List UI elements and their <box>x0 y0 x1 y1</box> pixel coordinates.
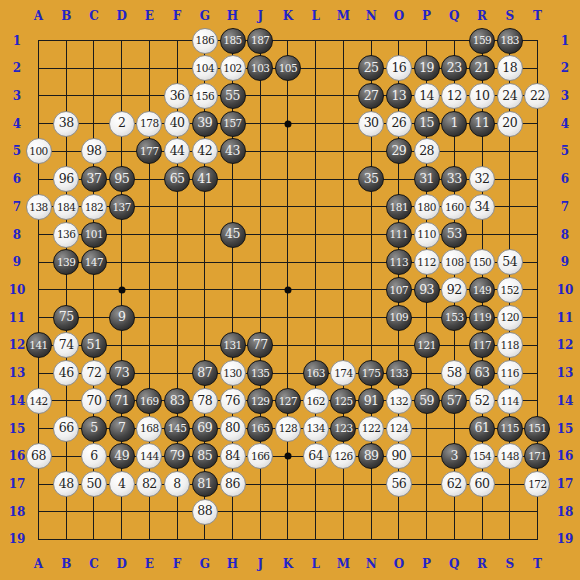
stone-black-r12: 117 <box>469 332 495 358</box>
stone-black-n13: 175 <box>358 360 384 386</box>
stone-white-q17: 62 <box>441 471 467 497</box>
stone-black-r10: 149 <box>469 277 495 303</box>
column-label-bottom: J <box>257 558 263 570</box>
stone-white-o4: 26 <box>386 111 412 137</box>
row-label-left: 18 <box>9 506 26 518</box>
stone-black-n3: 27 <box>358 83 384 109</box>
stone-black-d15: 7 <box>109 416 135 442</box>
stone-white-b7: 184 <box>53 194 79 220</box>
stone-black-d11: 9 <box>109 305 135 331</box>
stone-black-q4: 1 <box>441 111 467 137</box>
stone-black-c9: 147 <box>81 249 107 275</box>
stone-black-r2: 21 <box>469 55 495 81</box>
stone-black-o11: 109 <box>386 305 412 331</box>
stone-black-m15: 123 <box>330 416 356 442</box>
row-label-left: 4 <box>13 118 21 130</box>
stone-black-n16: 89 <box>358 443 384 469</box>
stone-white-d4: 2 <box>109 111 135 137</box>
stone-white-b6: 96 <box>53 166 79 192</box>
stone-white-l14: 162 <box>303 388 329 414</box>
go-board[interactable]: AABBCCDDEEFFGGHHJJKKLLMMNNOOPPQQRRSSTT11… <box>0 0 580 580</box>
stone-black-r11: 119 <box>469 305 495 331</box>
stone-white-c17: 50 <box>81 471 107 497</box>
column-label-bottom: S <box>505 558 514 570</box>
stone-white-t17: 172 <box>524 471 550 497</box>
row-label-right: 19 <box>557 533 574 545</box>
column-label-bottom: B <box>61 558 71 570</box>
stone-white-s2: 18 <box>497 55 523 81</box>
column-label-top: R <box>477 10 487 22</box>
stone-white-a7: 138 <box>26 194 52 220</box>
stone-black-g16: 85 <box>192 443 218 469</box>
stone-black-m14: 125 <box>330 388 356 414</box>
stone-white-e17: 82 <box>136 471 162 497</box>
stone-white-r16: 154 <box>469 443 495 469</box>
stone-white-r6: 32 <box>469 166 495 192</box>
stone-white-b8: 136 <box>53 222 79 248</box>
column-label-bottom: A <box>34 558 43 570</box>
stone-white-r7: 34 <box>469 194 495 220</box>
stone-white-s10: 152 <box>497 277 523 303</box>
stone-black-p12: 121 <box>414 332 440 358</box>
stone-black-n14: 91 <box>358 388 384 414</box>
stone-black-o9: 113 <box>386 249 412 275</box>
column-label-bottom: F <box>173 558 182 570</box>
column-label-bottom: E <box>145 558 154 570</box>
stone-white-q7: 160 <box>441 194 467 220</box>
stone-black-o3: 13 <box>386 83 412 109</box>
row-label-left: 1 <box>13 35 21 47</box>
stone-white-s12: 118 <box>497 332 523 358</box>
star-point-k4 <box>284 120 291 127</box>
stone-black-k14: 127 <box>275 388 301 414</box>
column-label-top: E <box>145 10 154 22</box>
row-label-right: 6 <box>561 173 569 185</box>
stone-white-b17: 48 <box>53 471 79 497</box>
stone-white-n4: 30 <box>358 111 384 137</box>
stone-black-j12: 77 <box>247 332 273 358</box>
stone-white-s4: 20 <box>497 111 523 137</box>
stone-black-h3: 55 <box>220 83 246 109</box>
stone-white-q9: 108 <box>441 249 467 275</box>
stone-white-k15: 128 <box>275 416 301 442</box>
stone-white-q10: 92 <box>441 277 467 303</box>
row-label-left: 10 <box>9 284 26 296</box>
column-label-bottom: G <box>200 558 210 570</box>
stone-black-r4: 11 <box>469 111 495 137</box>
row-label-right: 12 <box>557 339 574 351</box>
stone-black-b11: 75 <box>53 305 79 331</box>
stone-white-c13: 72 <box>81 360 107 386</box>
column-label-bottom: K <box>283 558 293 570</box>
stone-white-f17: 8 <box>164 471 190 497</box>
grid-line-horizontal <box>38 345 538 346</box>
row-label-left: 17 <box>9 478 26 490</box>
stone-black-p6: 31 <box>414 166 440 192</box>
stone-black-d6: 95 <box>109 166 135 192</box>
stone-white-r14: 52 <box>469 388 495 414</box>
stone-black-p2: 19 <box>414 55 440 81</box>
stone-white-g3: 156 <box>192 83 218 109</box>
stone-white-g5: 42 <box>192 138 218 164</box>
stone-black-o7: 181 <box>386 194 412 220</box>
stone-black-j1: 187 <box>247 28 273 54</box>
stone-black-g13: 87 <box>192 360 218 386</box>
stone-black-e14: 169 <box>136 388 162 414</box>
star-point-d10 <box>118 286 125 293</box>
row-label-left: 8 <box>13 229 21 241</box>
row-label-right: 8 <box>561 229 569 241</box>
column-label-bottom: L <box>311 558 319 570</box>
row-label-left: 3 <box>13 90 21 102</box>
stone-black-j14: 129 <box>247 388 273 414</box>
stone-white-r17: 60 <box>469 471 495 497</box>
stone-white-q3: 12 <box>441 83 467 109</box>
stone-white-o2: 16 <box>386 55 412 81</box>
stone-white-h2: 102 <box>220 55 246 81</box>
stone-white-s3: 24 <box>497 83 523 109</box>
stone-black-f14: 83 <box>164 388 190 414</box>
stone-black-f15: 145 <box>164 416 190 442</box>
stone-black-r1: 159 <box>469 28 495 54</box>
stone-white-o14: 132 <box>386 388 412 414</box>
stone-black-j15: 165 <box>247 416 273 442</box>
row-label-right: 15 <box>557 423 574 435</box>
stone-black-g17: 81 <box>192 471 218 497</box>
column-label-top: O <box>394 10 404 22</box>
row-label-left: 6 <box>13 173 21 185</box>
stone-white-e16: 144 <box>136 443 162 469</box>
column-label-bottom: D <box>116 558 126 570</box>
stone-white-p3: 14 <box>414 83 440 109</box>
stone-white-h13: 130 <box>220 360 246 386</box>
stone-white-m16: 126 <box>330 443 356 469</box>
stone-black-o10: 107 <box>386 277 412 303</box>
stone-white-o17: 56 <box>386 471 412 497</box>
row-label-right: 13 <box>557 367 574 379</box>
stone-black-o13: 133 <box>386 360 412 386</box>
row-label-left: 19 <box>9 533 26 545</box>
star-point-k16 <box>284 453 291 460</box>
stone-black-c6: 37 <box>81 166 107 192</box>
stone-black-h5: 43 <box>220 138 246 164</box>
stone-black-k2: 105 <box>275 55 301 81</box>
stone-white-g1: 186 <box>192 28 218 54</box>
stone-white-n15: 122 <box>358 416 384 442</box>
row-label-right: 3 <box>561 90 569 102</box>
stone-white-g2: 104 <box>192 55 218 81</box>
row-label-right: 2 <box>561 62 569 74</box>
stone-white-q13: 58 <box>441 360 467 386</box>
stone-white-e15: 168 <box>136 416 162 442</box>
row-label-left: 15 <box>9 423 26 435</box>
stone-white-s16: 148 <box>497 443 523 469</box>
column-label-top: L <box>311 10 319 22</box>
stone-black-e5: 177 <box>136 138 162 164</box>
column-label-top: M <box>337 10 350 22</box>
row-label-right: 5 <box>561 145 569 157</box>
stone-white-f3: 36 <box>164 83 190 109</box>
stone-white-h17: 86 <box>220 471 246 497</box>
stone-white-c16: 6 <box>81 443 107 469</box>
row-label-right: 14 <box>557 395 574 407</box>
stone-black-n6: 35 <box>358 166 384 192</box>
column-label-top: C <box>89 10 99 22</box>
column-label-top: T <box>533 10 542 22</box>
column-label-top: F <box>173 10 182 22</box>
column-label-top: D <box>116 10 126 22</box>
stone-white-l15: 134 <box>303 416 329 442</box>
stone-white-a5: 100 <box>26 138 52 164</box>
stone-black-g15: 69 <box>192 416 218 442</box>
stone-white-f5: 44 <box>164 138 190 164</box>
stone-black-s1: 183 <box>497 28 523 54</box>
column-label-top: Q <box>449 10 459 22</box>
stone-black-a12: 141 <box>26 332 52 358</box>
stone-black-q8: 53 <box>441 222 467 248</box>
stone-white-o15: 124 <box>386 416 412 442</box>
row-label-left: 14 <box>9 395 26 407</box>
column-label-top: H <box>227 10 238 22</box>
row-label-right: 10 <box>557 284 574 296</box>
stone-white-r9: 150 <box>469 249 495 275</box>
column-label-bottom: M <box>337 558 350 570</box>
stone-white-c7: 182 <box>81 194 107 220</box>
stone-white-d17: 4 <box>109 471 135 497</box>
stone-white-o16: 90 <box>386 443 412 469</box>
stone-black-p14: 59 <box>414 388 440 414</box>
column-label-bottom: T <box>533 558 542 570</box>
row-label-right: 1 <box>561 35 569 47</box>
stone-white-b12: 74 <box>53 332 79 358</box>
row-label-left: 11 <box>9 312 26 324</box>
stone-black-j13: 135 <box>247 360 273 386</box>
row-label-left: 12 <box>9 339 26 351</box>
stone-black-g6: 41 <box>192 166 218 192</box>
grid-line-horizontal <box>38 511 538 512</box>
stone-white-f4: 40 <box>164 111 190 137</box>
column-label-bottom: C <box>89 558 99 570</box>
stone-black-c15: 5 <box>81 416 107 442</box>
stone-white-m13: 174 <box>330 360 356 386</box>
stone-white-c5: 98 <box>81 138 107 164</box>
stone-black-h4: 157 <box>220 111 246 137</box>
stone-white-s9: 54 <box>497 249 523 275</box>
stone-black-d16: 49 <box>109 443 135 469</box>
stone-black-b9: 139 <box>53 249 79 275</box>
column-label-top: G <box>200 10 210 22</box>
stone-white-b4: 38 <box>53 111 79 137</box>
column-label-top: N <box>366 10 377 22</box>
stone-black-q16: 3 <box>441 443 467 469</box>
column-label-bottom: R <box>477 558 487 570</box>
stone-white-l16: 64 <box>303 443 329 469</box>
stone-white-c14: 70 <box>81 388 107 414</box>
stone-black-t16: 171 <box>524 443 550 469</box>
stone-black-q2: 23 <box>441 55 467 81</box>
stone-black-g4: 39 <box>192 111 218 137</box>
column-label-bottom: N <box>366 558 377 570</box>
row-label-right: 18 <box>557 506 574 518</box>
row-label-right: 7 <box>561 201 569 213</box>
row-label-right: 4 <box>561 118 569 130</box>
stone-black-f16: 79 <box>164 443 190 469</box>
row-label-left: 7 <box>13 201 21 213</box>
stone-black-c12: 51 <box>81 332 107 358</box>
column-label-bottom: O <box>394 558 404 570</box>
row-label-right: 11 <box>557 312 574 324</box>
stone-black-t15: 151 <box>524 416 550 442</box>
stone-black-d7: 137 <box>109 194 135 220</box>
stone-white-p9: 112 <box>414 249 440 275</box>
stone-black-r15: 61 <box>469 416 495 442</box>
stone-black-d14: 71 <box>109 388 135 414</box>
stone-white-t3: 22 <box>524 83 550 109</box>
star-point-k10 <box>284 286 291 293</box>
row-label-left: 5 <box>13 145 21 157</box>
row-label-right: 17 <box>557 478 574 490</box>
row-label-right: 9 <box>561 256 569 268</box>
stone-black-h1: 185 <box>220 28 246 54</box>
stone-white-s13: 116 <box>497 360 523 386</box>
stone-white-s11: 120 <box>497 305 523 331</box>
stone-white-b13: 46 <box>53 360 79 386</box>
stone-black-o8: 111 <box>386 222 412 248</box>
stone-black-h8: 45 <box>220 222 246 248</box>
stone-black-c8: 101 <box>81 222 107 248</box>
stone-white-h15: 80 <box>220 416 246 442</box>
row-label-left: 9 <box>13 256 21 268</box>
stone-black-n2: 25 <box>358 55 384 81</box>
stone-white-p5: 28 <box>414 138 440 164</box>
stone-black-q11: 153 <box>441 305 467 331</box>
stone-white-h16: 84 <box>220 443 246 469</box>
row-label-left: 16 <box>9 450 26 462</box>
column-label-bottom: Q <box>449 558 459 570</box>
stone-black-l13: 163 <box>303 360 329 386</box>
stone-white-j16: 166 <box>247 443 273 469</box>
column-label-top: K <box>283 10 293 22</box>
stone-black-f6: 65 <box>164 166 190 192</box>
stone-black-j2: 103 <box>247 55 273 81</box>
column-label-top: S <box>505 10 514 22</box>
go-game-diagram: AABBCCDDEEFFGGHHJJKKLLMMNNOOPPQQRRSSTT11… <box>0 0 580 580</box>
stone-black-s15: 115 <box>497 416 523 442</box>
stone-white-g18: 88 <box>192 499 218 525</box>
column-label-bottom: H <box>227 558 238 570</box>
column-label-top: B <box>61 10 71 22</box>
grid-line-horizontal <box>38 539 538 540</box>
stone-white-p7: 180 <box>414 194 440 220</box>
stone-black-q14: 57 <box>441 388 467 414</box>
stone-white-h14: 76 <box>220 388 246 414</box>
row-label-right: 16 <box>557 450 574 462</box>
stone-black-h12: 131 <box>220 332 246 358</box>
stone-black-p10: 93 <box>414 277 440 303</box>
stone-black-q6: 33 <box>441 166 467 192</box>
stone-black-r13: 63 <box>469 360 495 386</box>
row-label-left: 2 <box>13 62 21 74</box>
stone-black-d13: 73 <box>109 360 135 386</box>
stone-white-s14: 114 <box>497 388 523 414</box>
row-label-left: 13 <box>9 367 26 379</box>
stone-white-a14: 142 <box>26 388 52 414</box>
stone-white-r3: 10 <box>469 83 495 109</box>
stone-black-o5: 29 <box>386 138 412 164</box>
stone-white-p8: 110 <box>414 222 440 248</box>
stone-black-p4: 15 <box>414 111 440 137</box>
column-label-bottom: P <box>422 558 431 570</box>
stone-white-a16: 68 <box>26 443 52 469</box>
column-label-top: A <box>34 10 43 22</box>
stone-white-e4: 178 <box>136 111 162 137</box>
stone-white-b15: 66 <box>53 416 79 442</box>
column-label-top: J <box>257 10 263 22</box>
column-label-top: P <box>422 10 431 22</box>
stone-white-g14: 78 <box>192 388 218 414</box>
